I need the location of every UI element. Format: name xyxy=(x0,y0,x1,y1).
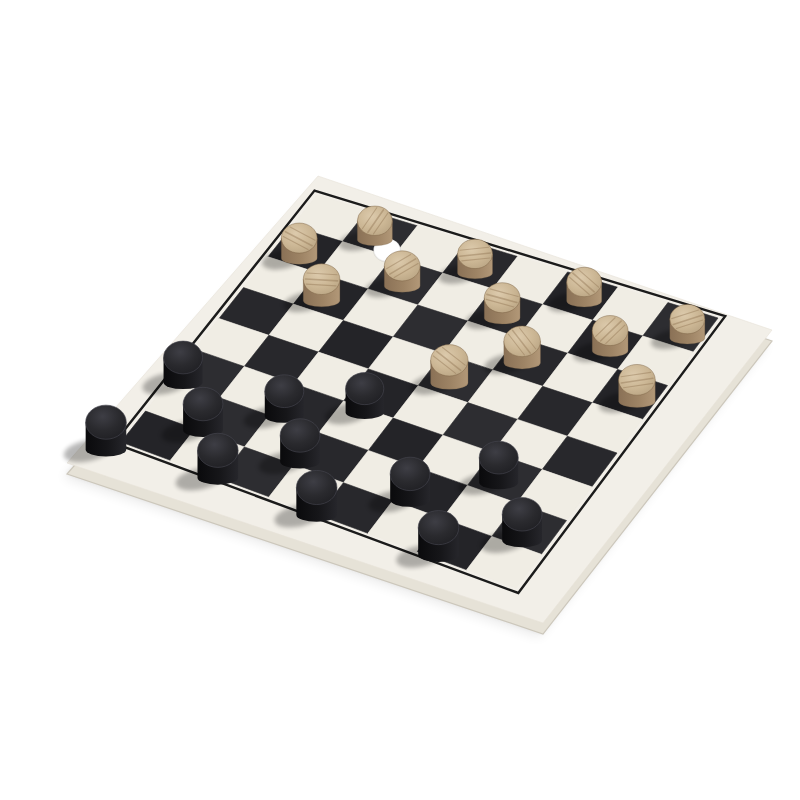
product-photo-stage xyxy=(0,0,800,800)
piece-top xyxy=(183,387,223,420)
piece-top xyxy=(418,511,459,545)
piece-top xyxy=(86,405,127,439)
piece-top xyxy=(198,433,239,467)
piece-top xyxy=(296,470,337,504)
piece-top xyxy=(479,441,518,474)
piece-top xyxy=(164,341,203,374)
piece-top xyxy=(592,316,628,346)
checkers-board-photo xyxy=(0,0,800,800)
piece-top xyxy=(346,373,384,405)
page: { "game": "checkers (draughts)", "scene"… xyxy=(0,0,800,800)
piece-top xyxy=(280,419,320,452)
piece-top xyxy=(390,457,430,490)
piece-top xyxy=(265,375,304,408)
piece-top xyxy=(502,498,542,531)
piece-top xyxy=(431,345,468,376)
